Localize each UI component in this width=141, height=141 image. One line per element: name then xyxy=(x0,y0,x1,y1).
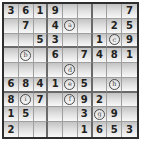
given-digit: 6 xyxy=(96,125,103,135)
cell-r5c1[interactable] xyxy=(4,63,19,78)
given-digit: 9 xyxy=(52,6,59,16)
cell-r3c6[interactable] xyxy=(78,34,93,49)
given-digit: 7 xyxy=(126,6,133,16)
given-digit: 1 xyxy=(52,79,59,89)
cell-r5c8[interactable] xyxy=(107,63,122,78)
cell-r6c7[interactable] xyxy=(93,78,108,93)
given-digit: 5 xyxy=(111,125,118,135)
given-digit: 4 xyxy=(52,21,59,31)
circled-letter-c: c xyxy=(109,34,120,45)
cell-r4c6[interactable]: 7 xyxy=(78,48,93,63)
cell-r9c3[interactable] xyxy=(34,122,49,137)
cell-r6c5[interactable]: e xyxy=(63,78,78,93)
cell-r2c9[interactable]: 5 xyxy=(122,19,137,34)
given-digit: 5 xyxy=(22,109,29,119)
cell-r5c7[interactable] xyxy=(93,63,108,78)
cell-r7c8[interactable] xyxy=(107,93,122,108)
cell-r9c5[interactable] xyxy=(63,122,78,137)
given-digit: 1 xyxy=(96,35,103,45)
cell-r5c6[interactable] xyxy=(78,63,93,78)
given-digit: 4 xyxy=(96,50,103,60)
cell-r9c9[interactable]: 3 xyxy=(122,122,137,137)
cell-r2c6[interactable] xyxy=(78,19,93,34)
given-digit: 1 xyxy=(81,125,88,135)
cell-r1c6[interactable] xyxy=(78,4,93,19)
cell-r2c4[interactable]: 4 xyxy=(48,19,63,34)
cell-r7c2[interactable]: i xyxy=(19,93,34,108)
cell-r3c3[interactable]: 5 xyxy=(34,34,49,49)
cell-r2c5[interactable]: a xyxy=(63,19,78,34)
cell-r9c2[interactable] xyxy=(19,122,34,137)
cell-r3c8[interactable]: c xyxy=(107,34,122,49)
circled-letter-f: f xyxy=(64,94,75,105)
given-digit: 8 xyxy=(7,95,14,105)
cell-r4c3[interactable] xyxy=(34,48,49,63)
cell-r9c1[interactable]: 2 xyxy=(4,122,19,137)
given-digit: 3 xyxy=(81,109,88,119)
cell-r4c1[interactable] xyxy=(4,48,19,63)
cell-r8c2[interactable]: 5 xyxy=(19,107,34,122)
cell-r9c7[interactable]: 6 xyxy=(93,122,108,137)
cell-r2c2[interactable]: 7 xyxy=(19,19,34,34)
sudoku-grid: 3619774a25531c9b67481d6841e5h8i7f92153g9… xyxy=(4,4,137,137)
cell-r8c1[interactable]: 1 xyxy=(4,107,19,122)
given-digit: 7 xyxy=(81,50,88,60)
cell-r7c6[interactable]: 9 xyxy=(78,93,93,108)
cell-r1c7[interactable] xyxy=(93,4,108,19)
cell-r6c9[interactable] xyxy=(122,78,137,93)
given-digit: 7 xyxy=(36,95,43,105)
given-digit: 6 xyxy=(7,79,14,89)
given-digit: 5 xyxy=(81,79,88,89)
cell-r3c5[interactable] xyxy=(63,34,78,49)
given-digit: 3 xyxy=(52,35,59,45)
cell-r7c4[interactable] xyxy=(48,93,63,108)
cell-r9c6[interactable]: 1 xyxy=(78,122,93,137)
cell-r7c7[interactable]: 2 xyxy=(93,93,108,108)
cell-r4c8[interactable]: 8 xyxy=(107,48,122,63)
cell-r4c5[interactable] xyxy=(63,48,78,63)
circled-letter-d: d xyxy=(64,64,75,75)
cell-r6c2[interactable]: 8 xyxy=(19,78,34,93)
cell-r8c4[interactable] xyxy=(48,107,63,122)
cell-r5c5[interactable]: d xyxy=(63,63,78,78)
cell-r1c5[interactable] xyxy=(63,4,78,19)
given-digit: 6 xyxy=(52,50,59,60)
given-digit: 1 xyxy=(7,109,14,119)
sudoku-board: 3619774a25531c9b67481d6841e5h8i7f92153g9… xyxy=(2,2,139,139)
given-digit: 1 xyxy=(36,6,43,16)
given-digit: 6 xyxy=(22,6,29,16)
cell-r5c2[interactable] xyxy=(19,63,34,78)
circled-letter-i: i xyxy=(20,94,31,105)
cell-r2c7[interactable] xyxy=(93,19,108,34)
cell-r6c3[interactable]: 4 xyxy=(34,78,49,93)
cell-r3c7[interactable]: 1 xyxy=(93,34,108,49)
cell-r9c4[interactable] xyxy=(48,122,63,137)
cell-r1c8[interactable] xyxy=(107,4,122,19)
cell-r4c4[interactable]: 6 xyxy=(48,48,63,63)
cell-r8c8[interactable]: 9 xyxy=(107,107,122,122)
cell-r1c9[interactable]: 7 xyxy=(122,4,137,19)
cell-r9c8[interactable]: 5 xyxy=(107,122,122,137)
cell-r3c1[interactable] xyxy=(4,34,19,49)
given-digit: 5 xyxy=(36,35,43,45)
given-digit: 3 xyxy=(126,125,133,135)
given-digit: 9 xyxy=(81,95,88,105)
cell-r4c7[interactable]: 4 xyxy=(93,48,108,63)
cell-r8c6[interactable]: 3 xyxy=(78,107,93,122)
circled-letter-h: h xyxy=(109,79,120,90)
given-digit: 5 xyxy=(126,21,133,31)
given-digit: 1 xyxy=(126,50,133,60)
given-digit: 9 xyxy=(111,109,118,119)
cell-r3c2[interactable] xyxy=(19,34,34,49)
given-digit: 3 xyxy=(7,6,14,16)
cell-r8c7[interactable]: g xyxy=(93,107,108,122)
cell-r8c9[interactable] xyxy=(122,107,137,122)
cell-r4c2[interactable]: b xyxy=(19,48,34,63)
circled-letter-g: g xyxy=(94,109,105,120)
given-digit: 4 xyxy=(36,79,43,89)
cell-r3c9[interactable]: 9 xyxy=(122,34,137,49)
given-digit: 2 xyxy=(7,125,14,135)
cell-r1c1[interactable]: 3 xyxy=(4,4,19,19)
cell-r6c8[interactable]: h xyxy=(107,78,122,93)
cell-r5c9[interactable] xyxy=(122,63,137,78)
given-digit: 8 xyxy=(22,79,29,89)
cell-r2c1[interactable] xyxy=(4,19,19,34)
cell-r7c3[interactable]: 7 xyxy=(34,93,49,108)
cell-r1c4[interactable]: 9 xyxy=(48,4,63,19)
cell-r7c1[interactable]: 8 xyxy=(4,93,19,108)
given-digit: 7 xyxy=(22,21,29,31)
cell-r8c5[interactable] xyxy=(63,107,78,122)
circled-letter-a: a xyxy=(64,20,75,31)
cell-r1c2[interactable]: 6 xyxy=(19,4,34,19)
circled-letter-b: b xyxy=(20,50,31,61)
given-digit: 9 xyxy=(126,35,133,45)
cell-r1c3[interactable]: 1 xyxy=(34,4,49,19)
cell-r4c9[interactable]: 1 xyxy=(122,48,137,63)
cell-r6c4[interactable]: 1 xyxy=(48,78,63,93)
circled-letter-e: e xyxy=(64,79,75,90)
cell-r6c1[interactable]: 6 xyxy=(4,78,19,93)
cell-r2c3[interactable] xyxy=(34,19,49,34)
cell-r5c4[interactable] xyxy=(48,63,63,78)
cell-r7c5[interactable]: f xyxy=(63,93,78,108)
given-digit: 8 xyxy=(111,50,118,60)
cell-r6c6[interactable]: 5 xyxy=(78,78,93,93)
cell-r3c4[interactable]: 3 xyxy=(48,34,63,49)
given-digit: 2 xyxy=(111,21,118,31)
cell-r8c3[interactable] xyxy=(34,107,49,122)
given-digit: 2 xyxy=(96,95,103,105)
cell-r7c9[interactable] xyxy=(122,93,137,108)
cell-r5c3[interactable] xyxy=(34,63,49,78)
cell-r2c8[interactable]: 2 xyxy=(107,19,122,34)
